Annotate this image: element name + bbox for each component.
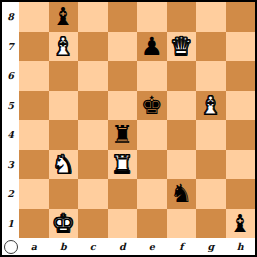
rank-label-8: 8 xyxy=(2,2,19,32)
square-e1[interactable] xyxy=(137,209,167,239)
square-g1[interactable] xyxy=(196,209,226,239)
square-c5[interactable] xyxy=(78,91,108,121)
square-a2[interactable] xyxy=(19,179,49,209)
square-b8[interactable]: ♝ xyxy=(49,2,79,32)
square-b4[interactable] xyxy=(49,120,79,150)
file-label-e: e xyxy=(137,238,167,255)
square-g7[interactable] xyxy=(196,32,226,62)
square-b6[interactable] xyxy=(49,61,79,91)
square-a5[interactable] xyxy=(19,91,49,121)
square-f2[interactable]: ♞ xyxy=(167,179,197,209)
square-e7[interactable]: ♟ xyxy=(137,32,167,62)
square-d2[interactable] xyxy=(108,179,138,209)
white-knight-icon: ♞ xyxy=(52,150,74,180)
square-f8[interactable] xyxy=(167,2,197,32)
rank-label-1: 1 xyxy=(2,209,19,239)
black-bishop-icon: ♝ xyxy=(229,209,251,239)
square-d3[interactable]: ♜ xyxy=(108,150,138,180)
rank-label-6: 6 xyxy=(2,61,19,91)
square-e8[interactable] xyxy=(137,2,167,32)
square-b1[interactable]: ♚ xyxy=(49,209,79,239)
chess-board: ♝♝♟♛♚♝♜♞♜♞♚♝ xyxy=(19,2,255,238)
black-pawn-icon: ♟ xyxy=(141,32,163,62)
board-corner xyxy=(2,238,19,255)
square-d8[interactable] xyxy=(108,2,138,32)
square-d4[interactable]: ♜ xyxy=(108,120,138,150)
square-c3[interactable] xyxy=(78,150,108,180)
square-h6[interactable] xyxy=(226,61,256,91)
square-d6[interactable] xyxy=(108,61,138,91)
black-bishop-icon: ♝ xyxy=(52,2,74,32)
white-bishop-icon: ♝ xyxy=(200,91,222,121)
square-a4[interactable] xyxy=(19,120,49,150)
square-a7[interactable] xyxy=(19,32,49,62)
square-b2[interactable] xyxy=(49,179,79,209)
square-c1[interactable] xyxy=(78,209,108,239)
file-label-b: b xyxy=(49,238,79,255)
file-labels: abcdefgh xyxy=(19,238,255,255)
black-rook-icon: ♜ xyxy=(111,120,133,150)
square-e3[interactable] xyxy=(137,150,167,180)
square-h4[interactable] xyxy=(226,120,256,150)
square-g5[interactable]: ♝ xyxy=(196,91,226,121)
white-to-move-icon xyxy=(4,240,18,254)
square-b3[interactable]: ♞ xyxy=(49,150,79,180)
square-a8[interactable] xyxy=(19,2,49,32)
square-c8[interactable] xyxy=(78,2,108,32)
file-label-g: g xyxy=(196,238,226,255)
square-h3[interactable] xyxy=(226,150,256,180)
square-f1[interactable] xyxy=(167,209,197,239)
square-a6[interactable] xyxy=(19,61,49,91)
square-h2[interactable] xyxy=(226,179,256,209)
square-f5[interactable] xyxy=(167,91,197,121)
black-knight-icon: ♞ xyxy=(170,179,192,209)
square-h5[interactable] xyxy=(226,91,256,121)
white-queen-icon: ♛ xyxy=(170,32,192,62)
square-h1[interactable]: ♝ xyxy=(226,209,256,239)
square-g4[interactable] xyxy=(196,120,226,150)
square-e5[interactable]: ♚ xyxy=(137,91,167,121)
square-c4[interactable] xyxy=(78,120,108,150)
square-g2[interactable] xyxy=(196,179,226,209)
black-king-icon: ♚ xyxy=(141,91,163,121)
rank-label-4: 4 xyxy=(2,120,19,150)
square-f3[interactable] xyxy=(167,150,197,180)
rank-label-7: 7 xyxy=(2,32,19,62)
file-label-h: h xyxy=(226,238,256,255)
square-f7[interactable]: ♛ xyxy=(167,32,197,62)
square-g3[interactable] xyxy=(196,150,226,180)
square-b5[interactable] xyxy=(49,91,79,121)
file-label-c: c xyxy=(78,238,108,255)
square-h8[interactable] xyxy=(226,2,256,32)
square-a1[interactable] xyxy=(19,209,49,239)
white-bishop-icon: ♝ xyxy=(52,32,74,62)
white-king-icon: ♚ xyxy=(52,209,74,239)
file-label-d: d xyxy=(108,238,138,255)
square-a3[interactable] xyxy=(19,150,49,180)
square-f6[interactable] xyxy=(167,61,197,91)
square-e6[interactable] xyxy=(137,61,167,91)
square-g6[interactable] xyxy=(196,61,226,91)
square-e4[interactable] xyxy=(137,120,167,150)
rank-label-2: 2 xyxy=(2,179,19,209)
white-rook-icon: ♜ xyxy=(111,150,133,180)
square-d7[interactable] xyxy=(108,32,138,62)
square-d5[interactable] xyxy=(108,91,138,121)
square-c7[interactable] xyxy=(78,32,108,62)
square-g8[interactable] xyxy=(196,2,226,32)
file-label-f: f xyxy=(167,238,197,255)
square-e2[interactable] xyxy=(137,179,167,209)
square-c6[interactable] xyxy=(78,61,108,91)
square-d1[interactable] xyxy=(108,209,138,239)
chess-diagram: 87654321 ♝♝♟♛♚♝♜♞♜♞♚♝ abcdefgh xyxy=(0,0,257,257)
rank-labels: 87654321 xyxy=(2,2,19,238)
file-label-a: a xyxy=(19,238,49,255)
square-c2[interactable] xyxy=(78,179,108,209)
square-h7[interactable] xyxy=(226,32,256,62)
square-f4[interactable] xyxy=(167,120,197,150)
rank-label-5: 5 xyxy=(2,91,19,121)
square-b7[interactable]: ♝ xyxy=(49,32,79,62)
rank-label-3: 3 xyxy=(2,150,19,180)
